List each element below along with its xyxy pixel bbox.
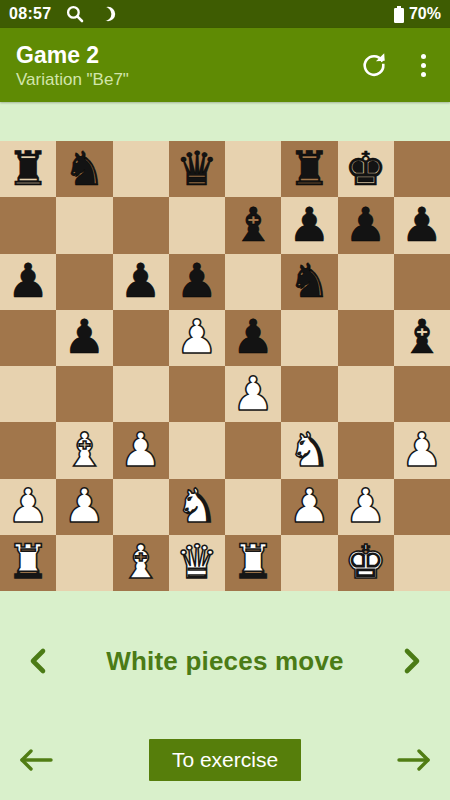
square-f3[interactable]: ♞	[281, 422, 337, 478]
chevron-right-icon[interactable]	[400, 646, 424, 676]
square-c3[interactable]: ♟	[113, 422, 169, 478]
piece-white-king[interactable]: ♚	[345, 538, 387, 585]
square-c1[interactable]: ♝	[113, 535, 169, 591]
refresh-icon[interactable]	[359, 50, 389, 80]
square-e2[interactable]	[225, 479, 281, 535]
square-e5[interactable]: ♟	[225, 310, 281, 366]
square-g5[interactable]	[338, 310, 394, 366]
square-g1[interactable]: ♚	[338, 535, 394, 591]
square-h6[interactable]	[394, 254, 450, 310]
square-f7[interactable]: ♟	[281, 197, 337, 253]
square-f6[interactable]: ♞	[281, 254, 337, 310]
square-e1[interactable]: ♜	[225, 535, 281, 591]
piece-white-pawn[interactable]: ♟	[345, 482, 387, 529]
status-bar: 08:57 70%	[0, 0, 450, 28]
square-f5[interactable]	[281, 310, 337, 366]
piece-black-pawn[interactable]: ♟	[345, 201, 387, 248]
square-h1[interactable]	[394, 535, 450, 591]
square-e3[interactable]	[225, 422, 281, 478]
square-b5[interactable]: ♟	[56, 310, 112, 366]
square-f4[interactable]	[281, 366, 337, 422]
square-c6[interactable]: ♟	[113, 254, 169, 310]
square-e4[interactable]: ♟	[225, 366, 281, 422]
square-c4[interactable]	[113, 366, 169, 422]
night-mode-icon	[99, 5, 117, 23]
square-a8[interactable]: ♜	[0, 141, 56, 197]
piece-black-pawn[interactable]: ♟	[63, 313, 105, 360]
piece-white-rook[interactable]: ♜	[7, 538, 49, 585]
to-exercise-button[interactable]: To exercise	[149, 739, 301, 781]
square-c2[interactable]	[113, 479, 169, 535]
square-g2[interactable]: ♟	[338, 479, 394, 535]
app-bar-actions	[359, 50, 432, 81]
square-d2[interactable]: ♞	[169, 479, 225, 535]
square-b6[interactable]	[56, 254, 112, 310]
piece-black-pawn[interactable]: ♟	[232, 313, 274, 360]
piece-white-knight[interactable]: ♞	[288, 426, 330, 473]
square-a1[interactable]: ♜	[0, 535, 56, 591]
square-b7[interactable]	[56, 197, 112, 253]
battery-percent: 70%	[409, 5, 441, 23]
piece-white-pawn[interactable]: ♟	[7, 482, 49, 529]
piece-black-pawn[interactable]: ♟	[401, 201, 443, 248]
square-a4[interactable]	[0, 366, 56, 422]
square-e6[interactable]	[225, 254, 281, 310]
piece-black-pawn[interactable]: ♟	[120, 257, 162, 304]
square-d1[interactable]: ♛	[169, 535, 225, 591]
square-g3[interactable]	[338, 422, 394, 478]
clock: 08:57	[9, 5, 51, 23]
piece-white-pawn[interactable]: ♟	[232, 370, 274, 417]
square-a7[interactable]	[0, 197, 56, 253]
square-g4[interactable]	[338, 366, 394, 422]
page-title: Game 2	[16, 41, 359, 69]
gap-strip	[0, 102, 450, 141]
square-d3[interactable]	[169, 422, 225, 478]
chevron-left-icon[interactable]	[26, 646, 50, 676]
piece-black-rook[interactable]: ♜	[7, 145, 49, 192]
square-d8[interactable]: ♛	[169, 141, 225, 197]
square-b1[interactable]	[56, 535, 112, 591]
piece-black-king[interactable]: ♚	[345, 145, 387, 192]
header-titles: Game 2 Variation "Be7"	[16, 39, 359, 91]
piece-white-rook[interactable]: ♜	[232, 538, 274, 585]
app-bar: Game 2 Variation "Be7"	[0, 28, 450, 102]
square-d6[interactable]: ♟	[169, 254, 225, 310]
piece-black-pawn[interactable]: ♟	[176, 257, 218, 304]
square-c7[interactable]	[113, 197, 169, 253]
square-g7[interactable]: ♟	[338, 197, 394, 253]
square-e8[interactable]	[225, 141, 281, 197]
square-f1[interactable]	[281, 535, 337, 591]
piece-white-pawn[interactable]: ♟	[401, 426, 443, 473]
lower-panel: White pieces move To exercise	[0, 591, 450, 800]
square-c8[interactable]	[113, 141, 169, 197]
arrow-left-icon[interactable]	[16, 746, 56, 774]
square-a2[interactable]: ♟	[0, 479, 56, 535]
square-h5[interactable]: ♝	[394, 310, 450, 366]
square-h3[interactable]: ♟	[394, 422, 450, 478]
piece-black-pawn[interactable]: ♟	[7, 257, 49, 304]
piece-white-bishop[interactable]: ♝	[63, 426, 105, 473]
square-d5[interactable]: ♟	[169, 310, 225, 366]
piece-black-bishop[interactable]: ♝	[401, 313, 443, 360]
battery-icon	[393, 5, 405, 24]
square-g6[interactable]	[338, 254, 394, 310]
square-b4[interactable]	[56, 366, 112, 422]
square-c5[interactable]	[113, 310, 169, 366]
square-a5[interactable]	[0, 310, 56, 366]
piece-black-knight[interactable]: ♞	[63, 145, 105, 192]
square-h4[interactable]	[394, 366, 450, 422]
page-subtitle: Variation "Be7"	[16, 69, 359, 91]
square-b2[interactable]: ♟	[56, 479, 112, 535]
square-a3[interactable]	[0, 422, 56, 478]
piece-white-pawn[interactable]: ♟	[120, 426, 162, 473]
bottom-bar: To exercise	[0, 730, 450, 790]
chess-board[interactable]: ♜♞♛♜♚♝♟♟♟♟♟♟♞♟♟♟♝♟♝♟♞♟♟♟♞♟♟♜♝♛♜♚	[0, 141, 450, 591]
square-e7[interactable]: ♝	[225, 197, 281, 253]
square-a6[interactable]: ♟	[0, 254, 56, 310]
overflow-menu-icon[interactable]	[415, 50, 432, 81]
piece-black-pawn[interactable]: ♟	[288, 201, 330, 248]
square-h7[interactable]: ♟	[394, 197, 450, 253]
square-f2[interactable]: ♟	[281, 479, 337, 535]
square-d4[interactable]	[169, 366, 225, 422]
square-f8[interactable]: ♜	[281, 141, 337, 197]
piece-white-bishop[interactable]: ♝	[120, 538, 162, 585]
piece-black-knight[interactable]: ♞	[288, 257, 330, 304]
move-bar: White pieces move	[0, 635, 450, 687]
piece-white-pawn[interactable]: ♟	[63, 482, 105, 529]
app-screen: 08:57 70% Gam	[0, 0, 450, 800]
piece-white-pawn[interactable]: ♟	[288, 482, 330, 529]
piece-black-rook[interactable]: ♜	[288, 145, 330, 192]
square-b8[interactable]: ♞	[56, 141, 112, 197]
square-d7[interactable]	[169, 197, 225, 253]
piece-black-bishop[interactable]: ♝	[232, 201, 274, 248]
piece-black-queen[interactable]: ♛	[176, 145, 218, 192]
piece-white-pawn[interactable]: ♟	[176, 313, 218, 360]
arrow-right-icon[interactable]	[394, 746, 434, 774]
turn-indicator: White pieces move	[106, 646, 343, 677]
search-icon	[65, 4, 85, 24]
piece-white-queen[interactable]: ♛	[176, 538, 218, 585]
square-b3[interactable]: ♝	[56, 422, 112, 478]
square-h8[interactable]	[394, 141, 450, 197]
piece-white-knight[interactable]: ♞	[176, 482, 218, 529]
square-h2[interactable]	[394, 479, 450, 535]
square-g8[interactable]: ♚	[338, 141, 394, 197]
